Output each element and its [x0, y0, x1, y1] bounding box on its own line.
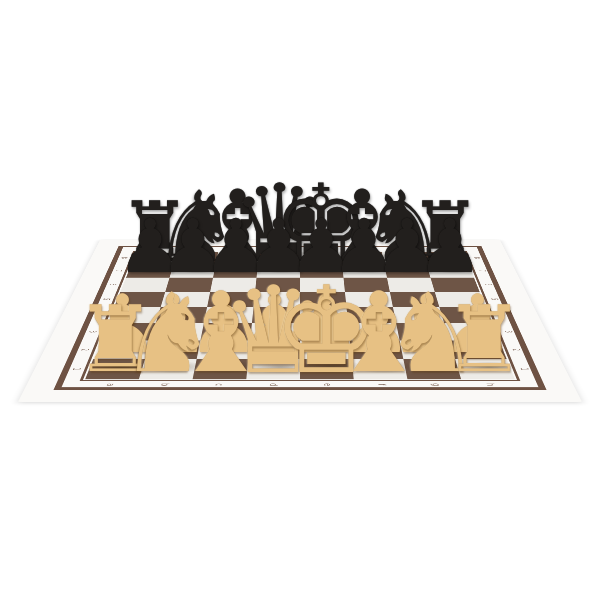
coordinate-label: 3 — [87, 331, 98, 333]
square-h3[interactable] — [444, 323, 499, 340]
square-f2[interactable] — [350, 340, 404, 359]
square-f8[interactable] — [341, 252, 384, 265]
square-f5[interactable] — [345, 292, 393, 307]
square-f3[interactable] — [348, 323, 400, 340]
square-b8[interactable] — [174, 252, 219, 265]
coordinate-label: 7 — [477, 270, 486, 272]
square-c8[interactable] — [216, 252, 259, 265]
square-h7[interactable] — [426, 264, 473, 277]
board-grid — [85, 252, 515, 380]
square-d6[interactable] — [255, 278, 300, 292]
coordinate-label: 1 — [70, 368, 81, 371]
square-a1[interactable] — [85, 359, 145, 379]
square-c1[interactable] — [193, 359, 249, 379]
square-a6[interactable] — [120, 278, 169, 292]
coordinate-label: g — [430, 383, 441, 386]
coordinate-label: 4 — [94, 314, 104, 316]
square-b2[interactable] — [145, 340, 200, 359]
coordinate-label: 2 — [510, 349, 521, 351]
square-c7[interactable] — [213, 264, 258, 277]
square-h5[interactable] — [435, 292, 486, 307]
photo-stage: aa11bb22cc33dd44ee55ff66gg77hh88 ♜♞♝♛♚♝♞… — [0, 0, 600, 600]
coordinate-label: 7 — [114, 270, 123, 272]
coordinate-label: d — [267, 383, 278, 386]
square-f4[interactable] — [346, 307, 396, 323]
square-b4[interactable] — [156, 307, 207, 323]
square-e2[interactable] — [300, 340, 352, 359]
coordinate-label: c — [213, 384, 224, 386]
coordinate-label: h — [438, 248, 446, 249]
square-h6[interactable] — [430, 278, 479, 292]
coordinate-label: b — [159, 383, 170, 386]
coordinate-label: 5 — [101, 298, 111, 300]
square-d5[interactable] — [254, 292, 300, 307]
square-b3[interactable] — [151, 323, 204, 340]
square-e1[interactable] — [300, 359, 354, 379]
square-e3[interactable] — [300, 323, 350, 340]
square-h4[interactable] — [439, 307, 492, 323]
square-e7[interactable] — [300, 264, 343, 277]
coordinate-label: g — [397, 248, 405, 249]
square-a4[interactable] — [108, 307, 161, 323]
coordinate-label: f — [357, 248, 365, 249]
square-d3[interactable] — [250, 323, 300, 340]
square-f1[interactable] — [352, 359, 408, 379]
square-e6[interactable] — [300, 278, 345, 292]
coordinate-label: f — [376, 384, 387, 385]
square-a8[interactable] — [131, 252, 177, 265]
square-d1[interactable] — [246, 359, 300, 379]
square-c3[interactable] — [200, 323, 252, 340]
coordinate-label: 3 — [503, 331, 514, 333]
square-d8[interactable] — [258, 252, 300, 265]
square-h8[interactable] — [423, 252, 469, 265]
square-f6[interactable] — [343, 278, 389, 292]
square-c5[interactable] — [207, 292, 255, 307]
coordinate-label: 1 — [518, 368, 529, 371]
square-e8[interactable] — [300, 252, 342, 265]
square-d2[interactable] — [248, 340, 300, 359]
square-b6[interactable] — [165, 278, 213, 292]
coordinate-label: 4 — [496, 314, 506, 316]
coordinate-label: h — [484, 383, 496, 386]
square-g5[interactable] — [390, 292, 439, 307]
square-b7[interactable] — [170, 264, 216, 277]
square-c2[interactable] — [197, 340, 251, 359]
square-g8[interactable] — [382, 252, 427, 265]
square-g2[interactable] — [400, 340, 455, 359]
square-a7[interactable] — [126, 264, 173, 277]
coordinate-label: 5 — [489, 298, 499, 300]
coordinate-label: e — [316, 248, 324, 249]
coordinate-label: 6 — [107, 284, 116, 286]
square-g6[interactable] — [387, 278, 435, 292]
coordinate-label: 8 — [472, 257, 481, 259]
coordinate-label: c — [235, 248, 243, 249]
square-c4[interactable] — [204, 307, 254, 323]
square-a2[interactable] — [93, 340, 150, 359]
square-e4[interactable] — [300, 307, 348, 323]
square-d7[interactable] — [257, 264, 300, 277]
square-d4[interactable] — [252, 307, 300, 323]
coordinate-label: b — [194, 248, 202, 249]
coordinate-label: 8 — [119, 257, 128, 259]
square-h2[interactable] — [449, 340, 506, 359]
square-g4[interactable] — [393, 307, 444, 323]
square-g3[interactable] — [396, 323, 449, 340]
square-g7[interactable] — [384, 264, 430, 277]
coordinate-label: a — [104, 383, 116, 386]
coordinate-label: 2 — [79, 349, 90, 351]
square-a3[interactable] — [101, 323, 156, 340]
coordinate-label: 6 — [483, 284, 492, 286]
coordinate-label: d — [276, 248, 284, 249]
coordinate-label: e — [322, 383, 333, 386]
square-c6[interactable] — [210, 278, 256, 292]
square-b5[interactable] — [161, 292, 210, 307]
square-g1[interactable] — [403, 359, 461, 379]
square-a5[interactable] — [114, 292, 165, 307]
square-h1[interactable] — [455, 359, 515, 379]
square-e5[interactable] — [300, 292, 346, 307]
square-f7[interactable] — [342, 264, 387, 277]
square-b1[interactable] — [139, 359, 197, 379]
chess-mat: aa11bb22cc33dd44ee55ff66gg77hh88 — [18, 240, 582, 402]
coordinate-label: a — [154, 248, 162, 249]
